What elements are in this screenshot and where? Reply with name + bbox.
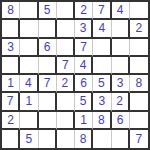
given-cell-r5c1[interactable]: 1 [2,75,20,93]
given-cell-r7c5[interactable]: 1 [75,112,93,130]
empty-cell-r6c4[interactable] [57,93,75,111]
sudoku-board: 852743423677414726538715322186587 [0,0,150,150]
given-cell-r6c5[interactable]: 5 [75,93,93,111]
empty-cell-r3c4[interactable] [57,39,75,57]
empty-cell-r2c1[interactable] [2,20,20,38]
given-cell-r5c8[interactable]: 8 [130,75,148,93]
given-cell-r5c4[interactable]: 2 [57,75,75,93]
given-cell-r6c6[interactable]: 3 [93,93,111,111]
given-cell-r1c6[interactable]: 7 [93,2,111,20]
given-cell-r3c3[interactable]: 6 [39,39,57,57]
empty-cell-r8c4[interactable] [57,130,75,148]
empty-cell-r1c4[interactable] [57,2,75,20]
given-cell-r3c5[interactable]: 7 [75,39,93,57]
given-cell-r2c5[interactable]: 3 [75,20,93,38]
given-cell-r1c7[interactable]: 4 [112,2,130,20]
empty-cell-r8c3[interactable] [39,130,57,148]
empty-cell-r3c7[interactable] [112,39,130,57]
empty-cell-r4c8[interactable] [130,57,148,75]
empty-cell-r7c8[interactable] [130,112,148,130]
empty-cell-r8c6[interactable] [93,130,111,148]
empty-cell-r6c3[interactable] [39,93,57,111]
given-cell-r2c8[interactable]: 2 [130,20,148,38]
empty-cell-r4c1[interactable] [2,57,20,75]
given-cell-r7c7[interactable]: 6 [112,112,130,130]
empty-cell-r1c2[interactable] [20,2,38,20]
given-cell-r6c2[interactable]: 1 [20,93,38,111]
empty-cell-r4c6[interactable] [93,57,111,75]
empty-cell-r6c8[interactable] [130,93,148,111]
empty-cell-r2c7[interactable] [112,20,130,38]
empty-cell-r4c2[interactable] [20,57,38,75]
empty-cell-r3c6[interactable] [93,39,111,57]
empty-cell-r4c3[interactable] [39,57,57,75]
given-cell-r5c6[interactable]: 5 [93,75,111,93]
empty-cell-r7c3[interactable] [39,112,57,130]
empty-cell-r3c2[interactable] [20,39,38,57]
empty-cell-r7c4[interactable] [57,112,75,130]
given-cell-r5c7[interactable]: 3 [112,75,130,93]
given-cell-r3c1[interactable]: 3 [2,39,20,57]
empty-cell-r2c3[interactable] [39,20,57,38]
empty-cell-r3c8[interactable] [130,39,148,57]
given-cell-r2c6[interactable]: 4 [93,20,111,38]
given-cell-r5c5[interactable]: 6 [75,75,93,93]
empty-cell-r8c7[interactable] [112,130,130,148]
given-cell-r8c2[interactable]: 5 [20,130,38,148]
given-cell-r4c5[interactable]: 4 [75,57,93,75]
given-cell-r7c1[interactable]: 2 [2,112,20,130]
given-cell-r8c8[interactable]: 7 [130,130,148,148]
empty-cell-r2c4[interactable] [57,20,75,38]
given-cell-r6c7[interactable]: 2 [112,93,130,111]
given-cell-r5c3[interactable]: 7 [39,75,57,93]
empty-cell-r7c2[interactable] [20,112,38,130]
empty-cell-r1c8[interactable] [130,2,148,20]
given-cell-r6c1[interactable]: 7 [2,93,20,111]
given-cell-r8c5[interactable]: 8 [75,130,93,148]
given-cell-r4c4[interactable]: 7 [57,57,75,75]
given-cell-r1c3[interactable]: 5 [39,2,57,20]
empty-cell-r8c1[interactable] [2,130,20,148]
given-cell-r5c2[interactable]: 4 [20,75,38,93]
given-cell-r7c6[interactable]: 8 [93,112,111,130]
given-cell-r1c1[interactable]: 8 [2,2,20,20]
empty-cell-r2c2[interactable] [20,20,38,38]
given-cell-r1c5[interactable]: 2 [75,2,93,20]
empty-cell-r4c7[interactable] [112,57,130,75]
